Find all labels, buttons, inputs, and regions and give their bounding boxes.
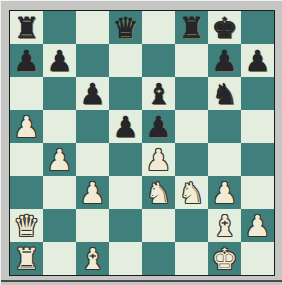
square-f6[interactable] [175,77,208,110]
square-g1[interactable]: ♚ [208,242,241,275]
piece-white-pawn[interactable]: ♟ [142,143,175,176]
square-g7[interactable]: ♟ [208,44,241,77]
piece-black-queen[interactable]: ♛ [109,11,142,44]
piece-black-pawn[interactable]: ♟ [241,44,274,77]
square-f4[interactable] [175,143,208,176]
piece-white-pawn[interactable]: ♟ [43,143,76,176]
piece-black-king[interactable]: ♚ [208,11,241,44]
square-e7[interactable] [142,44,175,77]
square-c1[interactable]: ♝ [76,242,109,275]
piece-black-pawn[interactable]: ♟ [10,44,43,77]
piece-white-bishop[interactable]: ♝ [76,242,109,275]
square-c7[interactable] [76,44,109,77]
square-a7[interactable]: ♟ [10,44,43,77]
square-f1[interactable] [175,242,208,275]
square-c3[interactable]: ♟ [76,176,109,209]
square-e4[interactable]: ♟ [142,143,175,176]
square-d3[interactable] [109,176,142,209]
square-h3[interactable] [241,176,274,209]
square-h1[interactable] [241,242,274,275]
square-f8[interactable]: ♜ [175,11,208,44]
square-g2[interactable]: ♝ [208,209,241,242]
square-d6[interactable] [109,77,142,110]
square-a6[interactable] [10,77,43,110]
square-e1[interactable] [142,242,175,275]
piece-black-pawn[interactable]: ♟ [142,110,175,143]
board-frame: ♜♛♜♚♟♟♟♟♟♝♞♟♟♟♟♟♟♞♞♟♛♝♟♜♝♚ [0,0,282,285]
piece-white-rook[interactable]: ♜ [10,242,43,275]
piece-black-pawn[interactable]: ♟ [109,110,142,143]
square-e6[interactable]: ♝ [142,77,175,110]
piece-white-pawn[interactable]: ♟ [76,176,109,209]
square-h7[interactable]: ♟ [241,44,274,77]
piece-black-rook[interactable]: ♜ [175,11,208,44]
square-f5[interactable] [175,110,208,143]
square-d1[interactable] [109,242,142,275]
piece-black-rook[interactable]: ♜ [10,11,43,44]
piece-black-pawn[interactable]: ♟ [43,44,76,77]
square-h5[interactable] [241,110,274,143]
piece-white-bishop[interactable]: ♝ [208,209,241,242]
piece-black-pawn[interactable]: ♟ [208,44,241,77]
square-f3[interactable]: ♞ [175,176,208,209]
square-b3[interactable] [43,176,76,209]
square-e8[interactable] [142,11,175,44]
square-a5[interactable]: ♟ [10,110,43,143]
piece-black-pawn[interactable]: ♟ [76,77,109,110]
square-f7[interactable] [175,44,208,77]
square-g6[interactable]: ♞ [208,77,241,110]
square-g5[interactable] [208,110,241,143]
square-d4[interactable] [109,143,142,176]
piece-black-bishop[interactable]: ♝ [142,77,175,110]
square-a4[interactable] [10,143,43,176]
square-d7[interactable] [109,44,142,77]
square-a1[interactable]: ♜ [10,242,43,275]
square-h6[interactable] [241,77,274,110]
square-h4[interactable] [241,143,274,176]
frame-shadow-line [1,280,282,282]
square-a8[interactable]: ♜ [10,11,43,44]
chess-board: ♜♛♜♚♟♟♟♟♟♝♞♟♟♟♟♟♟♞♞♟♛♝♟♜♝♚ [9,10,275,276]
piece-black-knight[interactable]: ♞ [208,77,241,110]
square-h2[interactable]: ♟ [241,209,274,242]
square-h8[interactable] [241,11,274,44]
square-e3[interactable]: ♞ [142,176,175,209]
square-e2[interactable] [142,209,175,242]
square-b4[interactable]: ♟ [43,143,76,176]
square-b8[interactable] [43,11,76,44]
square-b6[interactable] [43,77,76,110]
piece-white-queen[interactable]: ♛ [10,209,43,242]
square-b7[interactable]: ♟ [43,44,76,77]
piece-white-pawn[interactable]: ♟ [208,176,241,209]
square-a2[interactable]: ♛ [10,209,43,242]
square-a3[interactable] [10,176,43,209]
square-b2[interactable] [43,209,76,242]
square-d2[interactable] [109,209,142,242]
square-g8[interactable]: ♚ [208,11,241,44]
square-d5[interactable]: ♟ [109,110,142,143]
square-b5[interactable] [43,110,76,143]
square-c2[interactable] [76,209,109,242]
square-g3[interactable]: ♟ [208,176,241,209]
piece-white-pawn[interactable]: ♟ [10,110,43,143]
square-c4[interactable] [76,143,109,176]
piece-white-knight[interactable]: ♞ [175,176,208,209]
square-g4[interactable] [208,143,241,176]
square-d8[interactable]: ♛ [109,11,142,44]
square-b1[interactable] [43,242,76,275]
square-c5[interactable] [76,110,109,143]
square-e5[interactable]: ♟ [142,110,175,143]
square-f2[interactable] [175,209,208,242]
piece-white-pawn[interactable]: ♟ [241,209,274,242]
piece-white-king[interactable]: ♚ [208,242,241,275]
piece-white-knight[interactable]: ♞ [142,176,175,209]
square-c8[interactable] [76,11,109,44]
square-c6[interactable]: ♟ [76,77,109,110]
